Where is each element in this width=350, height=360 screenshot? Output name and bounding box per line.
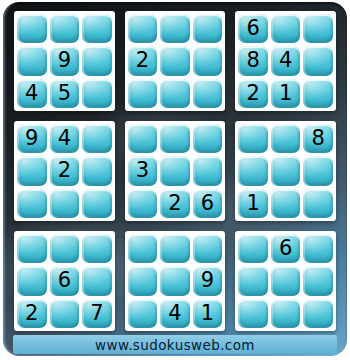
cell-r4c5[interactable] [160,124,190,153]
cell-r8c7[interactable] [238,266,268,295]
cell-r6c1[interactable] [17,189,47,218]
cell-r9c6[interactable]: 1 [193,299,223,328]
cell-r5c1[interactable] [17,156,47,185]
cell-r9c2[interactable] [50,299,80,328]
cell-r8c4[interactable] [128,266,158,295]
cell-r9c5[interactable]: 4 [160,299,190,328]
website-label: www.sudokusweb.com [95,337,255,353]
cell-r2c5[interactable] [160,46,190,75]
cell-r8c3[interactable] [82,266,112,295]
cell-r3c1[interactable]: 4 [17,79,47,108]
cell-r3c5[interactable] [160,79,190,108]
cell-r1c7[interactable]: 6 [238,14,268,43]
cell-r1c8[interactable] [271,14,301,43]
cell-r7c9[interactable] [303,234,333,263]
footer-bar: www.sudokusweb.com [13,335,337,354]
cell-r5c5[interactable] [160,156,190,185]
cell-r7c1[interactable] [17,234,47,263]
cell-r5c9[interactable] [303,156,333,185]
sudoku-grid: 945268421942326816279416 [14,11,336,331]
cell-r9c9[interactable] [303,299,333,328]
box-1-2: 2 [125,11,226,111]
cell-r6c9[interactable] [303,189,333,218]
cell-r8c5[interactable] [160,266,190,295]
cell-r4c1[interactable]: 9 [17,124,47,153]
cell-r6c5[interactable]: 2 [160,189,190,218]
cell-r4c7[interactable] [238,124,268,153]
cell-r7c5[interactable] [160,234,190,263]
cell-r1c5[interactable] [160,14,190,43]
cell-r5c6[interactable] [193,156,223,185]
cell-r5c3[interactable] [82,156,112,185]
cell-r3c7[interactable]: 2 [238,79,268,108]
cell-r9c4[interactable] [128,299,158,328]
box-2-2: 326 [125,121,226,221]
cell-r2c8[interactable]: 4 [271,46,301,75]
cell-r3c3[interactable] [82,79,112,108]
cell-r9c7[interactable] [238,299,268,328]
cell-r1c6[interactable] [193,14,223,43]
cell-r8c6[interactable]: 9 [193,266,223,295]
cell-r4c6[interactable] [193,124,223,153]
cell-r7c3[interactable] [82,234,112,263]
cell-r6c3[interactable] [82,189,112,218]
cell-r6c8[interactable] [271,189,301,218]
cell-r3c4[interactable] [128,79,158,108]
cell-r2c2[interactable]: 9 [50,46,80,75]
cell-r1c1[interactable] [17,14,47,43]
cell-r7c2[interactable] [50,234,80,263]
cell-r9c3[interactable]: 7 [82,299,112,328]
box-2-1: 942 [14,121,115,221]
cell-r8c2[interactable]: 6 [50,266,80,295]
box-3-1: 627 [14,231,115,331]
cell-r4c4[interactable] [128,124,158,153]
box-3-2: 941 [125,231,226,331]
cell-r5c8[interactable] [271,156,301,185]
box-2-3: 81 [235,121,336,221]
cell-r2c9[interactable] [303,46,333,75]
cell-r6c6[interactable]: 6 [193,189,223,218]
cell-r1c4[interactable] [128,14,158,43]
cell-r3c2[interactable]: 5 [50,79,80,108]
cell-r9c1[interactable]: 2 [17,299,47,328]
cell-r6c4[interactable] [128,189,158,218]
cell-r7c8[interactable]: 6 [271,234,301,263]
cell-r5c2[interactable]: 2 [50,156,80,185]
cell-r7c4[interactable] [128,234,158,263]
cell-r1c2[interactable] [50,14,80,43]
cell-r3c9[interactable] [303,79,333,108]
cell-r3c6[interactable] [193,79,223,108]
cell-r1c3[interactable] [82,14,112,43]
cell-r7c7[interactable] [238,234,268,263]
cell-r4c8[interactable] [271,124,301,153]
cell-r2c1[interactable] [17,46,47,75]
cell-r5c7[interactable] [238,156,268,185]
cell-r8c9[interactable] [303,266,333,295]
cell-r6c7[interactable]: 1 [238,189,268,218]
cell-r8c8[interactable] [271,266,301,295]
cell-r4c2[interactable]: 4 [50,124,80,153]
page: 945268421942326816279416 www.sudokusweb.… [0,0,350,360]
cell-r2c4[interactable]: 2 [128,46,158,75]
cell-r4c3[interactable] [82,124,112,153]
cell-r5c4[interactable]: 3 [128,156,158,185]
box-1-1: 945 [14,11,115,111]
box-1-3: 68421 [235,11,336,111]
cell-r2c7[interactable]: 8 [238,46,268,75]
cell-r4c9[interactable]: 8 [303,124,333,153]
cell-r2c3[interactable] [82,46,112,75]
sudoku-board: 945268421942326816279416 www.sudokusweb.… [3,2,347,356]
cell-r9c8[interactable] [271,299,301,328]
cell-r1c9[interactable] [303,14,333,43]
cell-r6c2[interactable] [50,189,80,218]
cell-r3c8[interactable]: 1 [271,79,301,108]
cell-r2c6[interactable] [193,46,223,75]
box-3-3: 6 [235,231,336,331]
cell-r7c6[interactable] [193,234,223,263]
cell-r8c1[interactable] [17,266,47,295]
